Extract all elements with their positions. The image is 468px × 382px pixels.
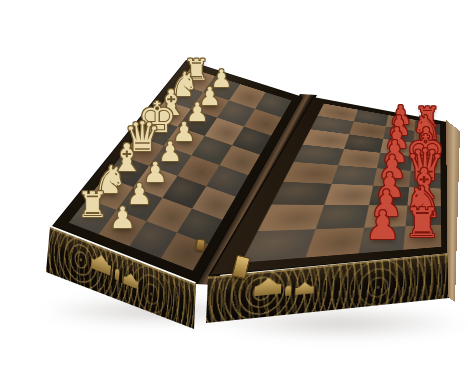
square-b5 — [258, 205, 325, 232]
square-c5 — [271, 182, 331, 205]
square-c8 — [407, 187, 440, 206]
square-c6 — [324, 184, 373, 205]
square-b6 — [316, 205, 369, 229]
square-d6 — [332, 165, 377, 185]
pavilion-icon — [254, 277, 281, 297]
figure-icon — [115, 268, 120, 280]
chess-set-photo: ♜♟♟♜♞♟♟♞♝♟♟♝♚♟♟♚♛♟♟♛♝♟♟♝♞♟♟♞♜♟♟♜ — [0, 0, 468, 382]
square-a6 — [306, 228, 365, 258]
figure-icon — [285, 286, 292, 297]
pavilion-icon — [295, 281, 314, 295]
pavilion-icon — [123, 271, 138, 289]
pavilion-icon — [91, 251, 111, 275]
square-a8 — [403, 225, 441, 250]
square-d7 — [373, 168, 411, 187]
square-c7 — [369, 186, 409, 206]
brass-hinge-icon — [195, 238, 206, 251]
square-d8 — [409, 171, 441, 189]
square-d5 — [283, 162, 338, 184]
square-a7 — [359, 226, 406, 253]
square-b8 — [405, 206, 441, 227]
wood-end-edge — [446, 120, 460, 302]
square-b7 — [364, 205, 407, 227]
